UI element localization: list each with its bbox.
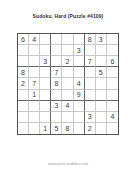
sudoku-cell-empty — [18, 123, 29, 134]
sudoku-cell-empty — [18, 112, 29, 123]
sudoku-cell-empty — [74, 56, 85, 67]
sudoku-cell-empty — [107, 123, 118, 134]
sudoku-cell-empty — [107, 78, 118, 89]
sudoku-cell-empty — [85, 78, 96, 89]
sudoku-cell-given: 4 — [29, 34, 40, 45]
sudoku-cell-empty — [51, 34, 62, 45]
printable-sudoku-page: { "game": "sudoku", "title": "Sudoku, Ha… — [0, 0, 136, 176]
sudoku-cell-empty — [85, 90, 96, 101]
sudoku-cell-given: 1 — [40, 123, 51, 134]
sudoku-cell-empty — [96, 112, 107, 123]
sudoku-cell-empty — [74, 101, 85, 112]
sudoku-cell-empty — [18, 45, 29, 56]
sudoku-cell-empty — [62, 78, 73, 89]
sudoku-cell-empty — [62, 112, 73, 123]
sudoku-cell-empty — [29, 67, 40, 78]
sudoku-cell-empty — [62, 90, 73, 101]
sudoku-cell-empty — [85, 45, 96, 56]
sudoku-cell-given: 9 — [74, 90, 85, 101]
sudoku-cell-empty — [62, 67, 73, 78]
sudoku-cell-empty — [40, 112, 51, 123]
page-title: Sudoku, Hard (Puzzle #4109) — [0, 13, 136, 19]
sudoku-cell-empty — [107, 101, 118, 112]
sudoku-cell-empty — [29, 112, 40, 123]
sudoku-cell-empty — [40, 90, 51, 101]
sudoku-cell-empty — [85, 67, 96, 78]
footer-url: www.print-sudoku.com — [0, 161, 136, 166]
sudoku-cell-given: 3 — [74, 45, 85, 56]
sudoku-cell-empty — [18, 56, 29, 67]
sudoku-cell-empty — [107, 34, 118, 45]
sudoku-cell-given: 2 — [62, 56, 73, 67]
sudoku-cell-given: 7 — [29, 78, 40, 89]
sudoku-cell-empty — [74, 67, 85, 78]
sudoku-cell-given: 7 — [85, 56, 96, 67]
sudoku-cell-empty — [96, 78, 107, 89]
sudoku-cell-given: 3 — [40, 56, 51, 67]
sudoku-cell-empty — [40, 34, 51, 45]
sudoku-cell-empty — [74, 112, 85, 123]
sudoku-cell-empty — [62, 34, 73, 45]
sudoku-cell-empty — [40, 67, 51, 78]
sudoku-cell-empty — [29, 45, 40, 56]
sudoku-cell-given: 1 — [29, 90, 40, 101]
sudoku-cell-empty — [62, 45, 73, 56]
sudoku-cell-given: 3 — [51, 101, 62, 112]
sudoku-cell-given: 4 — [74, 78, 85, 89]
sudoku-cell-empty — [18, 101, 29, 112]
sudoku-cell-empty — [40, 78, 51, 89]
sudoku-cell-given: 4 — [107, 112, 118, 123]
sudoku-board: 64833327687527841934341582 — [17, 33, 119, 135]
sudoku-cell-empty — [29, 123, 40, 134]
sudoku-cell-given: 5 — [96, 67, 107, 78]
sudoku-cell-empty — [107, 67, 118, 78]
sudoku-cell-empty — [85, 101, 96, 112]
sudoku-cell-given: 8 — [51, 78, 62, 89]
sudoku-cell-empty — [51, 45, 62, 56]
sudoku-cell-empty — [51, 112, 62, 123]
sudoku-cell-empty — [96, 101, 107, 112]
sudoku-cell-empty — [29, 56, 40, 67]
sudoku-cell-given: 8 — [18, 67, 29, 78]
sudoku-cell-given: 2 — [18, 78, 29, 89]
sudoku-cell-empty — [40, 45, 51, 56]
sudoku-cell-empty — [74, 34, 85, 45]
sudoku-cell-empty — [96, 56, 107, 67]
sudoku-cell-empty — [51, 56, 62, 67]
sudoku-cell-given: 8 — [85, 34, 96, 45]
sudoku-cell-empty — [29, 101, 40, 112]
sudoku-cell-empty — [96, 90, 107, 101]
sudoku-cell-empty — [51, 90, 62, 101]
sudoku-cell-empty — [96, 45, 107, 56]
sudoku-cell-given: 6 — [18, 34, 29, 45]
sudoku-cell-given: 7 — [51, 67, 62, 78]
sudoku-cell-empty — [96, 123, 107, 134]
sudoku-cell-given: 3 — [85, 112, 96, 123]
sudoku-cell-given: 8 — [62, 123, 73, 134]
sudoku-cell-empty — [18, 90, 29, 101]
sudoku-cell-empty — [107, 90, 118, 101]
sudoku-cell-empty — [107, 45, 118, 56]
sudoku-cell-empty — [74, 123, 85, 134]
sudoku-cell-given: 5 — [51, 123, 62, 134]
sudoku-cell-given: 2 — [85, 123, 96, 134]
sudoku-cell-given: 3 — [96, 34, 107, 45]
sudoku-cell-empty — [40, 101, 51, 112]
sudoku-cell-given: 6 — [107, 56, 118, 67]
sudoku-cell-given: 4 — [62, 101, 73, 112]
